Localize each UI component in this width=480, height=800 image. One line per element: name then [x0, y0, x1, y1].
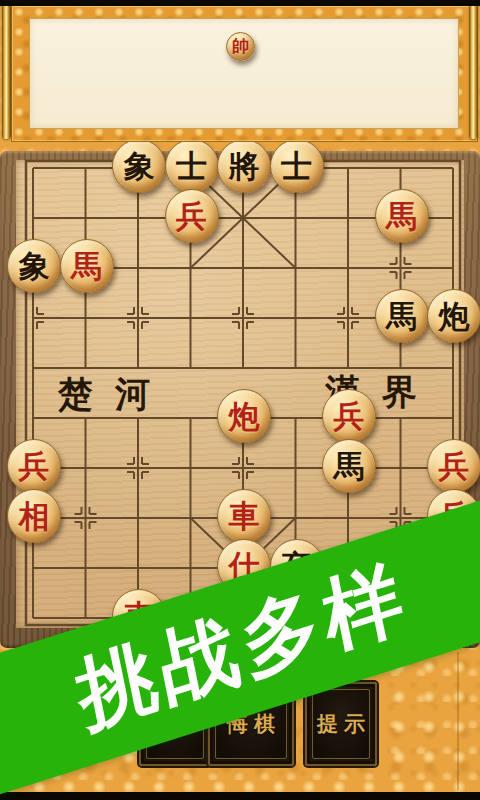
piece-glyph: 將	[229, 151, 260, 182]
piece-glyph: 馬	[334, 451, 365, 482]
piece-red-兵[interactable]: 兵	[322, 389, 376, 443]
piece-red-車[interactable]: 車	[217, 489, 271, 543]
piece-glyph: 象	[19, 251, 50, 282]
piece-glyph: 兵	[334, 401, 365, 432]
piece-glyph: 兵	[19, 451, 50, 482]
piece-glyph: 車	[229, 501, 260, 532]
river-label-chu-he: 楚河	[58, 371, 172, 418]
scroll-rod-right	[469, 3, 478, 139]
piece-red-馬[interactable]: 馬	[375, 189, 429, 243]
piece-glyph: 炮	[229, 401, 260, 432]
piece-red-炮[interactable]: 炮	[217, 389, 271, 443]
piece-glyph: 馬	[386, 201, 417, 232]
piece-black-象[interactable]: 象	[7, 239, 61, 293]
piece-black-馬[interactable]: 馬	[322, 439, 376, 493]
piece-red-兵[interactable]: 兵	[165, 189, 219, 243]
piece-black-將[interactable]: 將	[217, 139, 271, 193]
piece-red-兵[interactable]: 兵	[7, 439, 61, 493]
piece-glyph: 相	[19, 501, 50, 532]
piece-glyph: 兵	[439, 451, 470, 482]
piece-glyph: 象	[124, 151, 155, 182]
piece-glyph: 兵	[176, 201, 207, 232]
piece-black-士[interactable]: 士	[270, 139, 324, 193]
piece-black-象[interactable]: 象	[112, 139, 166, 193]
piece-glyph: 帥	[232, 38, 249, 55]
piece-black-士[interactable]: 士	[165, 139, 219, 193]
piece-glyph: 士	[281, 151, 312, 182]
captured-piece-帥: 帥	[226, 32, 255, 61]
bottom-panel-edge	[457, 652, 459, 790]
piece-glyph: 馬	[386, 301, 417, 332]
piece-black-炮[interactable]: 炮	[427, 289, 480, 343]
piece-glyph: 馬	[71, 251, 102, 282]
top-black-strip	[0, 0, 480, 6]
hint-button[interactable]: 提示	[305, 682, 377, 766]
piece-glyph: 炮	[439, 301, 470, 332]
piece-black-馬[interactable]: 馬	[375, 289, 429, 343]
piece-red-馬[interactable]: 馬	[60, 239, 114, 293]
piece-red-相[interactable]: 相	[7, 489, 61, 543]
piece-glyph: 士	[176, 151, 207, 182]
bottom-black-strip	[0, 792, 480, 800]
scroll-rod-left	[2, 3, 11, 139]
piece-red-兵[interactable]: 兵	[427, 439, 480, 493]
